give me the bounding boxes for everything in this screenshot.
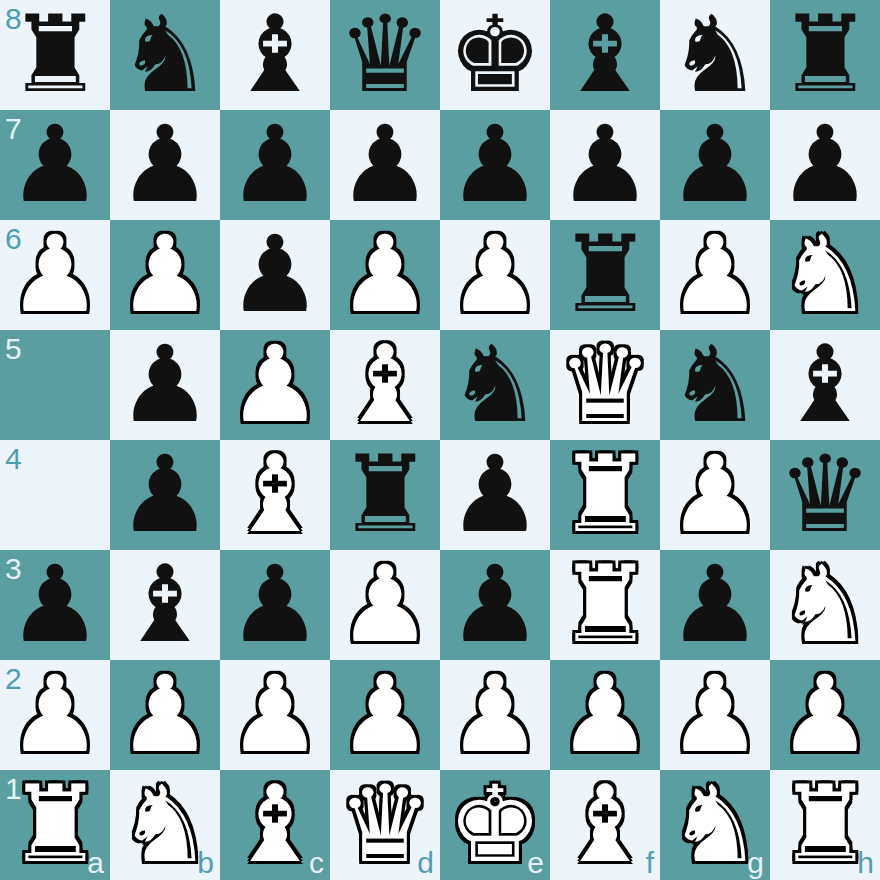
rank-label-8: 8	[5, 4, 22, 34]
piece-black-pawn[interactable]: ♟	[117, 330, 212, 440]
piece-black-pawn[interactable]: ♟	[227, 550, 322, 660]
file-label-a: a	[87, 848, 104, 878]
rank-label-4: 4	[5, 444, 22, 474]
square-f4[interactable]: ♜	[550, 440, 660, 550]
piece-black-pawn[interactable]: ♟	[777, 110, 872, 220]
square-c4[interactable]: ♝	[220, 440, 330, 550]
square-d4[interactable]: ♜	[330, 440, 440, 550]
square-a4[interactable]: 4	[0, 440, 110, 550]
square-b5[interactable]: ♟	[110, 330, 220, 440]
piece-black-rook[interactable]: ♜	[7, 0, 102, 110]
file-label-c: c	[309, 848, 324, 878]
piece-black-rook[interactable]: ♜	[777, 0, 872, 110]
square-h8[interactable]: ♜	[770, 0, 880, 110]
piece-black-bishop[interactable]: ♝	[117, 550, 212, 660]
square-d7[interactable]: ♟	[330, 110, 440, 220]
piece-white-pawn[interactable]: ♟	[667, 440, 762, 550]
file-label-d: d	[417, 848, 434, 878]
rank-label-1: 1	[5, 774, 22, 804]
square-d2[interactable]: ♟	[330, 660, 440, 770]
square-h6[interactable]: ♞	[770, 220, 880, 330]
square-a1[interactable]: ♜1a	[0, 770, 110, 880]
square-a2[interactable]: ♟2	[0, 660, 110, 770]
square-g4[interactable]: ♟	[660, 440, 770, 550]
square-h1[interactable]: ♜h	[770, 770, 880, 880]
piece-white-bishop[interactable]: ♝	[557, 770, 652, 880]
square-c2[interactable]: ♟	[220, 660, 330, 770]
square-h3[interactable]: ♞	[770, 550, 880, 660]
piece-black-pawn[interactable]: ♟	[447, 110, 542, 220]
piece-black-bishop[interactable]: ♝	[777, 330, 872, 440]
square-f5[interactable]: ♛	[550, 330, 660, 440]
piece-black-pawn[interactable]: ♟	[557, 110, 652, 220]
piece-white-pawn[interactable]: ♟	[447, 220, 542, 330]
piece-black-knight[interactable]: ♞	[667, 330, 762, 440]
square-b7[interactable]: ♟	[110, 110, 220, 220]
file-label-b: b	[197, 848, 214, 878]
square-a6[interactable]: ♟6	[0, 220, 110, 330]
piece-white-pawn[interactable]: ♟	[117, 220, 212, 330]
file-label-h: h	[857, 848, 874, 878]
square-c3[interactable]: ♟	[220, 550, 330, 660]
piece-white-knight[interactable]: ♞	[777, 550, 872, 660]
piece-black-pawn[interactable]: ♟	[447, 550, 542, 660]
rank-label-6: 6	[5, 224, 22, 254]
square-a8[interactable]: ♜8	[0, 0, 110, 110]
piece-black-pawn[interactable]: ♟	[337, 110, 432, 220]
piece-black-pawn[interactable]: ♟	[117, 110, 212, 220]
square-h5[interactable]: ♝	[770, 330, 880, 440]
piece-black-pawn[interactable]: ♟	[117, 440, 212, 550]
piece-black-knight[interactable]: ♞	[117, 0, 212, 110]
piece-white-knight[interactable]: ♞	[777, 220, 872, 330]
piece-black-queen[interactable]: ♛	[777, 440, 872, 550]
piece-white-pawn[interactable]: ♟	[117, 660, 212, 770]
square-g6[interactable]: ♟	[660, 220, 770, 330]
file-label-f: f	[646, 848, 654, 878]
square-g3[interactable]: ♟	[660, 550, 770, 660]
piece-white-pawn[interactable]: ♟	[667, 660, 762, 770]
piece-black-king[interactable]: ♚	[447, 0, 542, 110]
rank-label-7: 7	[5, 114, 22, 144]
piece-black-pawn[interactable]: ♟	[447, 440, 542, 550]
square-b1[interactable]: ♞b	[110, 770, 220, 880]
piece-black-queen[interactable]: ♛	[337, 0, 432, 110]
square-c6[interactable]: ♟	[220, 220, 330, 330]
square-b2[interactable]: ♟	[110, 660, 220, 770]
square-f6[interactable]: ♜	[550, 220, 660, 330]
piece-white-pawn[interactable]: ♟	[227, 660, 322, 770]
square-h7[interactable]: ♟	[770, 110, 880, 220]
square-f2[interactable]: ♟	[550, 660, 660, 770]
piece-black-pawn[interactable]: ♟	[7, 550, 102, 660]
piece-black-bishop[interactable]: ♝	[227, 0, 322, 110]
piece-white-pawn[interactable]: ♟	[337, 660, 432, 770]
piece-black-rook[interactable]: ♜	[557, 220, 652, 330]
square-d6[interactable]: ♟	[330, 220, 440, 330]
square-h4[interactable]: ♛	[770, 440, 880, 550]
square-b4[interactable]: ♟	[110, 440, 220, 550]
square-e4[interactable]: ♟	[440, 440, 550, 550]
piece-black-pawn[interactable]: ♟	[667, 550, 762, 660]
piece-black-pawn[interactable]: ♟	[7, 110, 102, 220]
piece-white-rook[interactable]: ♜	[557, 440, 652, 550]
square-g2[interactable]: ♟	[660, 660, 770, 770]
square-g5[interactable]: ♞	[660, 330, 770, 440]
square-f1[interactable]: ♝f	[550, 770, 660, 880]
piece-black-knight[interactable]: ♞	[667, 0, 762, 110]
square-e8[interactable]: ♚	[440, 0, 550, 110]
file-label-e: e	[527, 848, 544, 878]
square-a7[interactable]: ♟7	[0, 110, 110, 220]
rank-label-2: 2	[5, 664, 22, 694]
square-e6[interactable]: ♟	[440, 220, 550, 330]
piece-white-pawn[interactable]: ♟	[7, 660, 102, 770]
piece-black-bishop[interactable]: ♝	[557, 0, 652, 110]
square-c1[interactable]: ♝c	[220, 770, 330, 880]
square-b8[interactable]: ♞	[110, 0, 220, 110]
square-b3[interactable]: ♝	[110, 550, 220, 660]
square-d1[interactable]: ♛d	[330, 770, 440, 880]
piece-white-pawn[interactable]: ♟	[7, 220, 102, 330]
piece-black-pawn[interactable]: ♟	[227, 110, 322, 220]
piece-white-pawn[interactable]: ♟	[667, 220, 762, 330]
rank-label-5: 5	[5, 334, 22, 364]
piece-white-pawn[interactable]: ♟	[227, 330, 322, 440]
square-f7[interactable]: ♟	[550, 110, 660, 220]
chess-board: ♜8♞♝♛♚♝♞♜♟7♟♟♟♟♟♟♟♟6♟♟♟♟♜♟♞5♟♟♝♞♛♞♝4♟♝♜♟…	[0, 0, 880, 880]
square-a5[interactable]: 5	[0, 330, 110, 440]
piece-white-bishop[interactable]: ♝	[227, 440, 322, 550]
square-c8[interactable]: ♝	[220, 0, 330, 110]
square-e5[interactable]: ♞	[440, 330, 550, 440]
square-d8[interactable]: ♛	[330, 0, 440, 110]
rank-label-3: 3	[5, 554, 22, 584]
square-f3[interactable]: ♜	[550, 550, 660, 660]
square-f8[interactable]: ♝	[550, 0, 660, 110]
square-c5[interactable]: ♟	[220, 330, 330, 440]
piece-black-pawn[interactable]: ♟	[667, 110, 762, 220]
piece-black-knight[interactable]: ♞	[447, 330, 542, 440]
piece-white-pawn[interactable]: ♟	[337, 550, 432, 660]
piece-white-rook[interactable]: ♜	[557, 550, 652, 660]
piece-white-pawn[interactable]: ♟	[447, 660, 542, 770]
square-c7[interactable]: ♟	[220, 110, 330, 220]
square-g8[interactable]: ♞	[660, 0, 770, 110]
piece-white-pawn[interactable]: ♟	[777, 660, 872, 770]
square-g1[interactable]: ♞g	[660, 770, 770, 880]
square-e3[interactable]: ♟	[440, 550, 550, 660]
piece-white-queen[interactable]: ♛	[557, 330, 652, 440]
square-a3[interactable]: ♟3	[0, 550, 110, 660]
square-e2[interactable]: ♟	[440, 660, 550, 770]
square-b6[interactable]: ♟	[110, 220, 220, 330]
piece-white-bishop[interactable]: ♝	[337, 330, 432, 440]
square-d5[interactable]: ♝	[330, 330, 440, 440]
square-g7[interactable]: ♟	[660, 110, 770, 220]
piece-black-pawn[interactable]: ♟	[227, 220, 322, 330]
piece-white-pawn[interactable]: ♟	[337, 220, 432, 330]
square-e1[interactable]: ♚e	[440, 770, 550, 880]
file-label-g: g	[747, 848, 764, 878]
square-e7[interactable]: ♟	[440, 110, 550, 220]
square-d3[interactable]: ♟	[330, 550, 440, 660]
piece-black-rook[interactable]: ♜	[337, 440, 432, 550]
piece-white-pawn[interactable]: ♟	[557, 660, 652, 770]
square-h2[interactable]: ♟	[770, 660, 880, 770]
